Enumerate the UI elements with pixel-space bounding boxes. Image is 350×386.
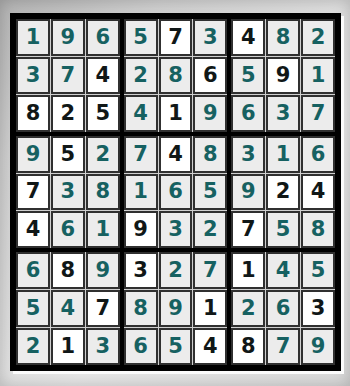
cell-r4c4-solved[interactable]: 7 — [124, 136, 158, 173]
cell-r9c1-solved[interactable]: 2 — [16, 328, 50, 365]
cell-r6c2-solved[interactable]: 6 — [51, 211, 85, 248]
cell-r3c9-solved[interactable]: 7 — [301, 95, 335, 132]
cell-r6c7-given[interactable]: 7 — [231, 211, 265, 248]
cell-r4c2-given[interactable]: 5 — [51, 136, 85, 173]
cell-r9c4-solved[interactable]: 6 — [124, 328, 158, 365]
cell-r8c7-solved[interactable]: 2 — [231, 290, 265, 327]
sudoku-box-3: 482591637 — [229, 17, 337, 134]
cell-r2c7-solved[interactable]: 5 — [231, 57, 265, 94]
sudoku-box-9: 145263879 — [229, 250, 337, 367]
cell-r4c5-given[interactable]: 4 — [159, 136, 193, 173]
cell-r5c5-solved[interactable]: 6 — [159, 174, 193, 211]
cell-r9c6-given[interactable]: 4 — [193, 328, 227, 365]
sudoku-box-8: 327891654 — [122, 250, 230, 367]
sudoku-box-5: 748165932 — [122, 134, 230, 251]
cell-r5c3-solved[interactable]: 8 — [86, 174, 120, 211]
cell-r1c4-solved[interactable]: 5 — [124, 19, 158, 56]
sudoku-box-4: 952738461 — [14, 134, 122, 251]
cell-r3c4-solved[interactable]: 4 — [124, 95, 158, 132]
cell-r1c8-solved[interactable]: 8 — [266, 19, 300, 56]
cell-r1c1-solved[interactable]: 1 — [16, 19, 50, 56]
cell-r8c3-given[interactable]: 7 — [86, 290, 120, 327]
cell-r9c7-given[interactable]: 8 — [231, 328, 265, 365]
cell-r5c6-solved[interactable]: 5 — [193, 174, 227, 211]
cell-r1c6-solved[interactable]: 3 — [193, 19, 227, 56]
cell-r5c7-solved[interactable]: 9 — [231, 174, 265, 211]
cell-r2c4-solved[interactable]: 2 — [124, 57, 158, 94]
cell-r8c5-solved[interactable]: 9 — [159, 290, 193, 327]
cell-r2c9-solved[interactable]: 1 — [301, 57, 335, 94]
cell-r3c7-solved[interactable]: 6 — [231, 95, 265, 132]
cell-r9c2-given[interactable]: 1 — [51, 328, 85, 365]
cell-r9c5-solved[interactable]: 5 — [159, 328, 193, 365]
cell-r4c6-solved[interactable]: 8 — [193, 136, 227, 173]
cell-r6c3-solved[interactable]: 1 — [86, 211, 120, 248]
cell-r7c3-solved[interactable]: 9 — [86, 252, 120, 289]
cell-r7c9-solved[interactable]: 5 — [301, 252, 335, 289]
cell-r2c6-given[interactable]: 6 — [193, 57, 227, 94]
page-background: 1963748255732864194825916379527384617481… — [0, 0, 350, 386]
sudoku-box-7: 689547213 — [14, 250, 122, 367]
cell-r1c2-solved[interactable]: 9 — [51, 19, 85, 56]
cell-r4c3-solved[interactable]: 2 — [86, 136, 120, 173]
cell-r7c5-solved[interactable]: 2 — [159, 252, 193, 289]
cell-r1c7-given[interactable]: 4 — [231, 19, 265, 56]
cell-r2c3-given[interactable]: 4 — [86, 57, 120, 94]
cell-r2c5-solved[interactable]: 8 — [159, 57, 193, 94]
sudoku-box-2: 573286419 — [122, 17, 230, 134]
cell-r3c8-solved[interactable]: 3 — [266, 95, 300, 132]
cell-r7c6-solved[interactable]: 7 — [193, 252, 227, 289]
cell-r1c9-solved[interactable]: 2 — [301, 19, 335, 56]
cell-r2c8-given[interactable]: 9 — [266, 57, 300, 94]
cell-r3c6-solved[interactable]: 9 — [193, 95, 227, 132]
cell-r5c1-given[interactable]: 7 — [16, 174, 50, 211]
cell-r6c8-solved[interactable]: 5 — [266, 211, 300, 248]
cell-r4c1-solved[interactable]: 9 — [16, 136, 50, 173]
cell-r2c1-solved[interactable]: 3 — [16, 57, 50, 94]
cell-r6c5-solved[interactable]: 3 — [159, 211, 193, 248]
cell-r3c3-given[interactable]: 5 — [86, 95, 120, 132]
cell-r6c6-solved[interactable]: 2 — [193, 211, 227, 248]
cell-r8c4-solved[interactable]: 8 — [124, 290, 158, 327]
cell-r1c5-given[interactable]: 7 — [159, 19, 193, 56]
cell-r1c3-solved[interactable]: 6 — [86, 19, 120, 56]
cell-r8c1-solved[interactable]: 5 — [16, 290, 50, 327]
cell-r8c9-given[interactable]: 3 — [301, 290, 335, 327]
cell-r6c4-given[interactable]: 9 — [124, 211, 158, 248]
cell-r5c9-given[interactable]: 4 — [301, 174, 335, 211]
cell-r2c2-solved[interactable]: 7 — [51, 57, 85, 94]
sudoku-box-1: 196374825 — [14, 17, 122, 134]
cell-r5c8-given[interactable]: 2 — [266, 174, 300, 211]
cell-r7c7-given[interactable]: 1 — [231, 252, 265, 289]
sudoku-board: 1963748255732864194825916379527384617481… — [10, 13, 341, 371]
cell-r3c5-given[interactable]: 1 — [159, 95, 193, 132]
cell-r5c4-solved[interactable]: 1 — [124, 174, 158, 211]
cell-r3c2-given[interactable]: 2 — [51, 95, 85, 132]
cell-r5c2-solved[interactable]: 3 — [51, 174, 85, 211]
cell-r8c8-solved[interactable]: 6 — [266, 290, 300, 327]
cell-r9c3-solved[interactable]: 3 — [86, 328, 120, 365]
cell-r6c9-solved[interactable]: 8 — [301, 211, 335, 248]
cell-r3c1-given[interactable]: 8 — [16, 95, 50, 132]
cell-r8c2-solved[interactable]: 4 — [51, 290, 85, 327]
cell-r8c6-given[interactable]: 1 — [193, 290, 227, 327]
cell-r7c4-given[interactable]: 3 — [124, 252, 158, 289]
cell-r6c1-given[interactable]: 4 — [16, 211, 50, 248]
cell-r9c9-solved[interactable]: 9 — [301, 328, 335, 365]
cell-r7c2-given[interactable]: 8 — [51, 252, 85, 289]
cell-r4c7-solved[interactable]: 3 — [231, 136, 265, 173]
cell-r4c8-solved[interactable]: 1 — [266, 136, 300, 173]
cell-r7c1-solved[interactable]: 6 — [16, 252, 50, 289]
sudoku-box-6: 316924758 — [229, 134, 337, 251]
cell-r4c9-solved[interactable]: 6 — [301, 136, 335, 173]
cell-r7c8-solved[interactable]: 4 — [266, 252, 300, 289]
cell-r9c8-solved[interactable]: 7 — [266, 328, 300, 365]
